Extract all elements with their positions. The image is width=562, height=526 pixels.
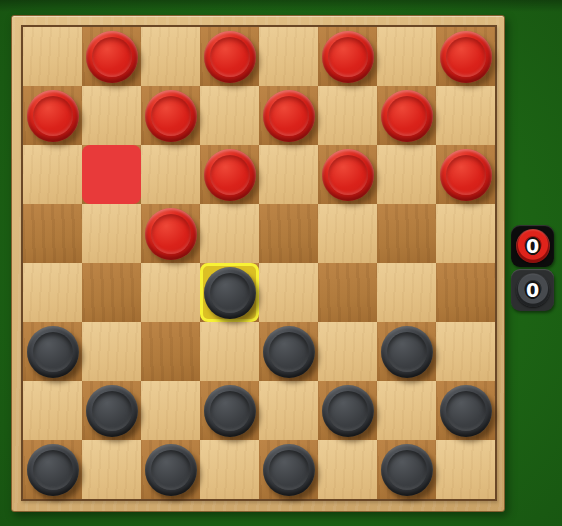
red-checker-icon: 0 [516, 229, 550, 263]
red-piece[interactable] [381, 90, 433, 142]
black-piece[interactable] [440, 385, 492, 437]
black-piece[interactable] [263, 444, 315, 496]
square-r0c0 [23, 27, 82, 86]
square-r2c2 [141, 145, 200, 204]
square-r2c0 [23, 145, 82, 204]
square-r4c3[interactable] [200, 263, 259, 322]
square-r5c5 [318, 322, 377, 381]
move-source-highlight [82, 145, 141, 204]
square-r3c1 [82, 204, 141, 263]
square-r7c5 [318, 440, 377, 499]
red-piece[interactable] [145, 90, 197, 142]
square-r3c0[interactable] [23, 204, 82, 263]
square-r7c6[interactable] [377, 440, 436, 499]
square-r2c4 [259, 145, 318, 204]
square-r5c7 [436, 322, 495, 381]
black-checker-icon: 0 [516, 273, 550, 307]
square-r5c4[interactable] [259, 322, 318, 381]
red-piece[interactable] [27, 90, 79, 142]
square-r0c6 [377, 27, 436, 86]
square-r2c1[interactable] [82, 145, 141, 204]
square-r6c5[interactable] [318, 381, 377, 440]
square-r4c2 [141, 263, 200, 322]
square-r5c3 [200, 322, 259, 381]
square-r5c2[interactable] [141, 322, 200, 381]
red-piece[interactable] [440, 31, 492, 83]
square-r3c5 [318, 204, 377, 263]
square-r1c1 [82, 86, 141, 145]
game-screen: 0 0 [0, 0, 562, 526]
square-r1c7 [436, 86, 495, 145]
square-r0c2 [141, 27, 200, 86]
square-r2c6 [377, 145, 436, 204]
square-r7c4[interactable] [259, 440, 318, 499]
square-r7c0[interactable] [23, 440, 82, 499]
red-piece[interactable] [322, 149, 374, 201]
red-piece[interactable] [322, 31, 374, 83]
black-score-tile: 0 [511, 269, 554, 311]
black-piece[interactable] [322, 385, 374, 437]
black-piece[interactable] [381, 326, 433, 378]
square-r2c3[interactable] [200, 145, 259, 204]
square-r5c0[interactable] [23, 322, 82, 381]
square-r6c0 [23, 381, 82, 440]
red-piece[interactable] [86, 31, 138, 83]
black-piece[interactable] [381, 444, 433, 496]
square-r4c0 [23, 263, 82, 322]
black-piece[interactable] [263, 326, 315, 378]
square-r5c1 [82, 322, 141, 381]
square-r0c5[interactable] [318, 27, 377, 86]
red-score-tile: 0 [511, 225, 554, 267]
square-r1c3 [200, 86, 259, 145]
square-r3c7 [436, 204, 495, 263]
square-r1c2[interactable] [141, 86, 200, 145]
square-r3c3 [200, 204, 259, 263]
red-score-value: 0 [526, 237, 539, 256]
black-piece[interactable] [204, 267, 256, 319]
black-score-value: 0 [526, 281, 539, 300]
square-r2c7[interactable] [436, 145, 495, 204]
square-r4c6 [377, 263, 436, 322]
square-r1c6[interactable] [377, 86, 436, 145]
square-r6c7[interactable] [436, 381, 495, 440]
red-piece[interactable] [440, 149, 492, 201]
square-r0c7[interactable] [436, 27, 495, 86]
square-r6c1[interactable] [82, 381, 141, 440]
square-r4c7[interactable] [436, 263, 495, 322]
square-r0c3[interactable] [200, 27, 259, 86]
checkers-board [21, 25, 497, 501]
red-piece[interactable] [145, 208, 197, 260]
black-piece[interactable] [204, 385, 256, 437]
square-r6c4 [259, 381, 318, 440]
square-r3c2[interactable] [141, 204, 200, 263]
square-r7c1 [82, 440, 141, 499]
square-r4c1[interactable] [82, 263, 141, 322]
square-r6c3[interactable] [200, 381, 259, 440]
score-panel: 0 0 [511, 225, 554, 313]
black-piece[interactable] [145, 444, 197, 496]
square-r4c5[interactable] [318, 263, 377, 322]
square-r3c6[interactable] [377, 204, 436, 263]
square-r7c3 [200, 440, 259, 499]
square-r6c2 [141, 381, 200, 440]
black-piece[interactable] [27, 326, 79, 378]
square-r3c4[interactable] [259, 204, 318, 263]
square-r1c5 [318, 86, 377, 145]
square-r0c4 [259, 27, 318, 86]
red-piece[interactable] [204, 149, 256, 201]
square-r7c7 [436, 440, 495, 499]
square-r4c4 [259, 263, 318, 322]
checkers-board-frame [11, 15, 505, 512]
square-r7c2[interactable] [141, 440, 200, 499]
square-r2c5[interactable] [318, 145, 377, 204]
board-grid [23, 27, 495, 499]
red-piece[interactable] [204, 31, 256, 83]
square-r0c1[interactable] [82, 27, 141, 86]
square-r6c6 [377, 381, 436, 440]
square-r1c0[interactable] [23, 86, 82, 145]
black-piece[interactable] [86, 385, 138, 437]
square-r1c4[interactable] [259, 86, 318, 145]
square-r5c6[interactable] [377, 322, 436, 381]
red-piece[interactable] [263, 90, 315, 142]
black-piece[interactable] [27, 444, 79, 496]
